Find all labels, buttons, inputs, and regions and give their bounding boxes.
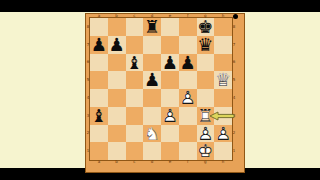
square-f7 (179, 36, 197, 54)
file-label-bottom-c: c (126, 160, 144, 164)
piece-glyph: ♘ (144, 125, 160, 143)
black-bishop-c6: ♝ (126, 54, 144, 72)
square-d2: ♞♘ (143, 125, 161, 143)
black-pawn-a7: ♟ (90, 36, 108, 54)
square-d1 (143, 142, 161, 160)
square-f3 (179, 107, 197, 125)
piece-glyph: ♕ (215, 71, 231, 89)
piece-glyph: ♝ (126, 54, 142, 72)
black-bishop-a3: ♝ (90, 107, 108, 125)
board-grid: ♜♚♟♟♛♝♟♟♟♛♕♟♙♝♟♙♜♖♞♘♟♙♟♙♚♔ (90, 18, 232, 160)
square-g7: ♛ (197, 36, 215, 54)
square-b3 (108, 107, 126, 125)
file-label-bottom-e: e (161, 160, 179, 164)
white-pawn-f4: ♟♙ (179, 89, 197, 107)
file-label-bottom-f: f (179, 160, 197, 164)
square-h8 (214, 18, 232, 36)
rank-label-right-4: 4 (232, 89, 236, 107)
white-king-g1: ♚♔ (197, 142, 215, 160)
square-h4 (214, 89, 232, 107)
square-a6 (90, 54, 108, 72)
square-c5 (126, 71, 144, 89)
square-c1 (126, 142, 144, 160)
square-a7: ♟ (90, 36, 108, 54)
square-e2 (161, 125, 179, 143)
chess-board: ♜♚♟♟♛♝♟♟♟♛♕♟♙♝♟♙♜♖♞♘♟♙♟♙♚♔ aabbccddeeffg… (85, 13, 245, 173)
square-e6: ♟ (161, 54, 179, 72)
piece-glyph: ♟ (162, 54, 178, 72)
piece-glyph: ♜ (144, 18, 160, 36)
square-b2 (108, 125, 126, 143)
black-rook-d8: ♜ (143, 18, 161, 36)
rank-label-right-6: 6 (232, 54, 236, 72)
square-d3 (143, 107, 161, 125)
square-h5: ♛♕ (214, 71, 232, 89)
file-label-bottom-d: d (143, 160, 161, 164)
piece-glyph: ♙ (215, 125, 231, 143)
square-h1 (214, 142, 232, 160)
square-a5 (90, 71, 108, 89)
square-c8 (126, 18, 144, 36)
file-label-bottom-h: h (214, 160, 232, 164)
piece-glyph: ♔ (197, 142, 213, 160)
piece-glyph: ♙ (162, 107, 178, 125)
white-queen-h5: ♛♕ (214, 71, 232, 89)
square-f2 (179, 125, 197, 143)
piece-glyph: ♟ (109, 36, 125, 54)
square-c6: ♝ (126, 54, 144, 72)
black-pawn-d5: ♟ (143, 71, 161, 89)
square-f6: ♟ (179, 54, 197, 72)
square-b6 (108, 54, 126, 72)
rank-label-right-5: 5 (232, 71, 236, 89)
black-to-move-indicator-dot (233, 14, 238, 19)
square-a1 (90, 142, 108, 160)
square-c3 (126, 107, 144, 125)
piece-glyph: ♟ (144, 71, 160, 89)
black-pawn-e6: ♟ (161, 54, 179, 72)
square-d7 (143, 36, 161, 54)
black-pawn-b7: ♟ (108, 36, 126, 54)
square-e1 (161, 142, 179, 160)
square-f1 (179, 142, 197, 160)
square-b4 (108, 89, 126, 107)
square-g6 (197, 54, 215, 72)
square-h2: ♟♙ (214, 125, 232, 143)
white-knight-d2: ♞♘ (143, 125, 161, 143)
file-label-bottom-a: a (90, 160, 108, 164)
square-c4 (126, 89, 144, 107)
square-d8: ♜ (143, 18, 161, 36)
square-c2 (126, 125, 144, 143)
square-b1 (108, 142, 126, 160)
square-g5 (197, 71, 215, 89)
square-e8 (161, 18, 179, 36)
square-b5 (108, 71, 126, 89)
black-pawn-f6: ♟ (179, 54, 197, 72)
square-a2 (90, 125, 108, 143)
piece-glyph: ♟ (91, 36, 107, 54)
rank-label-right-7: 7 (232, 36, 236, 54)
move-arrow (209, 111, 235, 121)
square-e3: ♟♙ (161, 107, 179, 125)
square-f8 (179, 18, 197, 36)
rank-label-right-8: 8 (232, 18, 236, 36)
square-d4 (143, 89, 161, 107)
square-b7: ♟ (108, 36, 126, 54)
square-d5: ♟ (143, 71, 161, 89)
square-e5 (161, 71, 179, 89)
square-e7 (161, 36, 179, 54)
rank-label-right-2: 2 (232, 125, 236, 143)
letterbox-bar-top (0, 0, 320, 12)
file-label-bottom-b: b (108, 160, 126, 164)
piece-glyph: ♟ (180, 54, 196, 72)
piece-glyph: ♝ (91, 107, 107, 125)
black-queen-g7: ♛ (197, 36, 215, 54)
white-pawn-h2: ♟♙ (214, 125, 232, 143)
square-h7 (214, 36, 232, 54)
white-pawn-e3: ♟♙ (161, 107, 179, 125)
square-a3: ♝ (90, 107, 108, 125)
square-c7 (126, 36, 144, 54)
square-f4: ♟♙ (179, 89, 197, 107)
rank-label-right-1: 1 (232, 142, 236, 160)
piece-glyph: ♛ (197, 36, 213, 54)
piece-glyph: ♙ (180, 89, 196, 107)
video-frame: { "game": "chess", "position": { "fen": … (0, 0, 320, 180)
square-g1: ♚♔ (197, 142, 215, 160)
